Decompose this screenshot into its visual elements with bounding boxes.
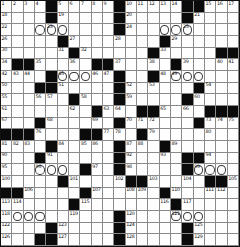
cell-r9c8[interactable]: 58	[80, 94, 91, 106]
cell-r20c2[interactable]	[12, 223, 23, 235]
cell-r11c8[interactable]	[80, 118, 91, 130]
cell-r7c2[interactable]: 43	[12, 71, 23, 83]
cell-r13c16[interactable]: 89	[171, 141, 182, 153]
cell-r9c12[interactable]: 59	[126, 94, 137, 106]
cell-r17c11[interactable]	[114, 188, 125, 200]
cell-r18c20[interactable]	[216, 199, 227, 211]
cell-r20c3[interactable]	[24, 223, 35, 235]
cell-r16c5[interactable]	[46, 176, 57, 188]
cell-r15c4[interactable]: 96	[35, 164, 46, 176]
cell-r2c21[interactable]	[228, 13, 239, 25]
cell-r15c5[interactable]	[46, 164, 57, 176]
cell-r9c1[interactable]: 55	[1, 94, 12, 106]
cell-r20c20[interactable]	[216, 223, 227, 235]
cell-r12c4[interactable]: 76	[35, 129, 46, 141]
cell-r15c1[interactable]: 95	[1, 164, 12, 176]
cell-r8c13[interactable]	[137, 83, 148, 95]
cell-r17c5[interactable]	[46, 188, 57, 200]
cell-r5c8[interactable]: 32	[80, 48, 91, 60]
cell-r10c3[interactable]	[24, 106, 35, 118]
cell-r9c4[interactable]: 56	[35, 94, 46, 106]
cell-r17c13[interactable]: 109	[137, 188, 148, 200]
cell-r11c6[interactable]	[58, 118, 69, 130]
cell-r2c3[interactable]	[24, 13, 35, 25]
cell-r20c7[interactable]	[69, 223, 80, 235]
cell-r1c13[interactable]: 11	[137, 1, 148, 13]
cell-r19c10[interactable]	[103, 211, 114, 223]
cell-r5c1[interactable]: 30	[1, 48, 12, 60]
cell-r4c12[interactable]	[126, 36, 137, 48]
cell-r12c18[interactable]	[194, 129, 205, 141]
cell-r3c12[interactable]: 24	[126, 24, 137, 36]
cell-r18c13[interactable]	[137, 199, 148, 211]
cell-r4c4[interactable]	[35, 36, 46, 48]
cell-r6c21[interactable]: 41	[228, 59, 239, 71]
cell-r17c18[interactable]	[194, 188, 205, 200]
cell-r11c13[interactable]: 71	[137, 118, 148, 130]
cell-r2c16[interactable]	[171, 13, 182, 25]
cell-r18c11[interactable]	[114, 199, 125, 211]
cell-r11c20[interactable]: 74	[216, 118, 227, 130]
cell-r10c11[interactable]: 64	[114, 106, 125, 118]
cell-r11c12[interactable]: 70	[126, 118, 137, 130]
cell-r12c6[interactable]	[58, 129, 69, 141]
cell-r3c13[interactable]	[137, 24, 148, 36]
cell-r1c21[interactable]: 17	[228, 1, 239, 13]
cell-r1c20[interactable]: 16	[216, 1, 227, 13]
cell-r20c14[interactable]	[148, 223, 159, 235]
cell-r16c10[interactable]	[103, 176, 114, 188]
cell-r14c9[interactable]	[92, 153, 103, 165]
cell-r2c14[interactable]	[148, 13, 159, 25]
cell-r9c9[interactable]	[92, 94, 103, 106]
cell-r21c14[interactable]	[148, 234, 159, 246]
cell-r21c9[interactable]	[92, 234, 103, 246]
cell-r15c15[interactable]	[160, 164, 171, 176]
cell-r3c2[interactable]	[12, 24, 23, 36]
cell-r4c7[interactable]: 27	[69, 36, 80, 48]
cell-r3c1[interactable]: 22	[1, 24, 12, 36]
cell-r2c6[interactable]: 19	[58, 13, 69, 25]
cell-r1c9[interactable]: 8	[92, 1, 103, 13]
cell-r6c11[interactable]: 37	[114, 59, 125, 71]
cell-r7c19[interactable]	[205, 71, 216, 83]
cell-r19c16[interactable]: 121	[171, 211, 182, 223]
cell-r5c3[interactable]	[24, 48, 35, 60]
cell-r8c10[interactable]	[103, 83, 114, 95]
cell-r17c12[interactable]: 108	[126, 188, 137, 200]
cell-r3c4[interactable]	[35, 24, 46, 36]
cell-r4c18[interactable]	[194, 36, 205, 48]
cell-r8c21[interactable]	[228, 83, 239, 95]
cell-r18c14[interactable]	[148, 199, 159, 211]
cell-r12c5[interactable]	[46, 129, 57, 141]
cell-r12c17[interactable]	[182, 129, 193, 141]
cell-r14c6[interactable]	[58, 153, 69, 165]
cell-r18c15[interactable]: 116	[160, 199, 171, 211]
cell-r12c19[interactable]: 80	[205, 129, 216, 141]
cell-r10c4[interactable]	[35, 106, 46, 118]
cell-r6c6[interactable]	[58, 59, 69, 71]
cell-r5c12[interactable]	[126, 48, 137, 60]
cell-r7c1[interactable]: 42	[1, 71, 12, 83]
cell-r21c7[interactable]	[69, 234, 80, 246]
cell-r5c15[interactable]: 33	[160, 48, 171, 60]
cell-r16c2[interactable]	[12, 176, 23, 188]
cell-r17c7[interactable]	[69, 188, 80, 200]
cell-r6c5[interactable]	[46, 59, 57, 71]
cell-r3c5[interactable]: 23	[46, 24, 57, 36]
cell-r20c1[interactable]: 122	[1, 223, 12, 235]
cell-r8c15[interactable]	[160, 83, 171, 95]
cell-r20c6[interactable]: 123	[58, 223, 69, 235]
cell-r12c21[interactable]	[228, 129, 239, 141]
cell-r17c3[interactable]: 106	[24, 188, 35, 200]
cell-r6c1[interactable]: 34	[1, 59, 12, 71]
cell-r9c6[interactable]	[58, 94, 69, 106]
cell-r2c7[interactable]	[69, 13, 80, 25]
cell-r18c18[interactable]	[194, 199, 205, 211]
cell-r13c4[interactable]	[35, 141, 46, 153]
cell-r19c2[interactable]	[12, 211, 23, 223]
cell-r20c15[interactable]	[160, 223, 171, 235]
cell-r6c4[interactable]: 35	[35, 59, 46, 71]
cell-r2c4[interactable]	[35, 13, 46, 25]
cell-r8c3[interactable]	[24, 83, 35, 95]
cell-r19c3[interactable]	[24, 211, 35, 223]
cell-r4c9[interactable]	[92, 36, 103, 48]
cell-r10c1[interactable]: 61	[1, 106, 12, 118]
cell-r5c18[interactable]	[194, 48, 205, 60]
cell-r6c18[interactable]	[194, 59, 205, 71]
cell-r18c12[interactable]	[126, 199, 137, 211]
cell-r20c19[interactable]	[205, 223, 216, 235]
cell-r16c18[interactable]	[194, 176, 205, 188]
cell-r16c17[interactable]: 104	[182, 176, 193, 188]
cell-r7c7[interactable]	[69, 71, 80, 83]
cell-r2c9[interactable]	[92, 13, 103, 25]
cell-r19c1[interactable]: 118	[1, 211, 12, 223]
cell-r3c8[interactable]	[80, 24, 91, 36]
cell-r8c16[interactable]	[171, 83, 182, 95]
cell-r21c21[interactable]	[228, 234, 239, 246]
cell-r1c16[interactable]: 14	[171, 1, 182, 13]
cell-r6c7[interactable]: 36	[69, 59, 80, 71]
cell-r13c1[interactable]: 81	[1, 141, 12, 153]
cell-r17c16[interactable]: 110	[171, 188, 182, 200]
cell-r16c15[interactable]	[160, 176, 171, 188]
cell-r7c9[interactable]: 46	[92, 71, 103, 83]
cell-r5c10[interactable]	[103, 48, 114, 60]
cell-r19c12[interactable]: 120	[126, 211, 137, 223]
cell-r10c8[interactable]	[80, 106, 91, 118]
cell-r2c10[interactable]	[103, 13, 114, 25]
cell-r13c9[interactable]: 86	[92, 141, 103, 153]
cell-r8c8[interactable]	[80, 83, 91, 95]
cell-r14c12[interactable]: 92	[126, 153, 137, 165]
cell-r15c14[interactable]	[148, 164, 159, 176]
cell-r12c7[interactable]	[69, 129, 80, 141]
cell-r9c15[interactable]	[160, 94, 171, 106]
cell-r11c1[interactable]: 67	[1, 118, 12, 130]
cell-r21c16[interactable]	[171, 234, 182, 246]
cell-r20c9[interactable]	[92, 223, 103, 235]
cell-r17c14[interactable]	[148, 188, 159, 200]
cell-r5c11[interactable]	[114, 48, 125, 60]
cell-r19c6[interactable]	[58, 211, 69, 223]
cell-r18c1[interactable]: 113	[1, 199, 12, 211]
cell-r21c18[interactable]: 129	[194, 234, 205, 246]
cell-r21c19[interactable]	[205, 234, 216, 246]
cell-r16c3[interactable]	[24, 176, 35, 188]
cell-r9c10[interactable]	[103, 94, 114, 106]
cell-r8c7[interactable]	[69, 83, 80, 95]
cell-r13c13[interactable]: 88	[137, 141, 148, 153]
cell-r19c15[interactable]	[160, 211, 171, 223]
cell-r9c2[interactable]	[12, 94, 23, 106]
cell-r14c21[interactable]	[228, 153, 239, 165]
cell-r2c18[interactable]: 21	[194, 13, 205, 25]
cell-r21c1[interactable]: 126	[1, 234, 12, 246]
cell-r1c6[interactable]: 5	[58, 1, 69, 13]
cell-r17c10[interactable]	[103, 188, 114, 200]
cell-r10c6[interactable]	[58, 106, 69, 118]
cell-r18c17[interactable]: 117	[182, 199, 193, 211]
cell-r4c1[interactable]: 26	[1, 36, 12, 48]
cell-r1c2[interactable]: 2	[12, 1, 23, 13]
cell-r3c17[interactable]: 25	[182, 24, 193, 36]
cell-r18c21[interactable]	[228, 199, 239, 211]
cell-r7c4[interactable]	[35, 71, 46, 83]
cell-r3c6[interactable]	[58, 24, 69, 36]
cell-r1c12[interactable]: 10	[126, 1, 137, 13]
cell-r13c6[interactable]: 84	[58, 141, 69, 153]
cell-r5c4[interactable]	[35, 48, 46, 60]
cell-r3c15[interactable]	[160, 24, 171, 36]
cell-r19c20[interactable]	[216, 211, 227, 223]
cell-r20c8[interactable]	[80, 223, 91, 235]
cell-r3c10[interactable]	[103, 24, 114, 36]
cell-r7c12[interactable]	[126, 71, 137, 83]
cell-r10c18[interactable]	[194, 106, 205, 118]
cell-r20c12[interactable]: 124	[126, 223, 137, 235]
cell-r6c20[interactable]: 40	[216, 59, 227, 71]
cell-r16c7[interactable]: 101	[69, 176, 80, 188]
cell-r5c5[interactable]	[46, 48, 57, 60]
cell-r9c3[interactable]	[24, 94, 35, 106]
cell-r7c6[interactable]: 45	[58, 71, 69, 83]
cell-r2c12[interactable]: 20	[126, 13, 137, 25]
cell-r9c21[interactable]	[228, 94, 239, 106]
cell-r13c17[interactable]	[182, 141, 193, 153]
cell-r14c14[interactable]	[148, 153, 159, 165]
cell-r2c15[interactable]	[160, 13, 171, 25]
cell-r9c18[interactable]: 60	[194, 94, 205, 106]
cell-r14c16[interactable]	[171, 153, 182, 165]
cell-r13c8[interactable]: 85	[80, 141, 91, 153]
cell-r11c7[interactable]	[69, 118, 80, 130]
cell-r19c13[interactable]	[137, 211, 148, 223]
cell-r18c9[interactable]	[92, 199, 103, 211]
cell-r12c15[interactable]	[160, 129, 171, 141]
cell-r1c19[interactable]: 15	[205, 1, 216, 13]
cell-r11c10[interactable]	[103, 118, 114, 130]
cell-r4c5[interactable]	[46, 36, 57, 48]
cell-r9c20[interactable]	[216, 94, 227, 106]
cell-r2c13[interactable]	[137, 13, 148, 25]
cell-r18c4[interactable]	[35, 199, 46, 211]
cell-r17c19[interactable]: 111	[205, 188, 216, 200]
cell-r6c8[interactable]	[80, 59, 91, 71]
cell-r10c10[interactable]: 63	[103, 106, 114, 118]
cell-r11c5[interactable]: 68	[46, 118, 57, 130]
cell-r10c15[interactable]: 65	[160, 106, 171, 118]
cell-r16c16[interactable]	[171, 176, 182, 188]
cell-r8c6[interactable]: 51	[58, 83, 69, 95]
cell-r9c5[interactable]: 57	[46, 94, 57, 106]
cell-r17c21[interactable]	[228, 188, 239, 200]
cell-r19c5[interactable]	[46, 211, 57, 223]
cell-r1c14[interactable]: 12	[148, 1, 159, 13]
cell-r13c21[interactable]	[228, 141, 239, 153]
cell-r15c10[interactable]	[103, 164, 114, 176]
cell-r20c4[interactable]	[35, 223, 46, 235]
cell-r3c16[interactable]	[171, 24, 182, 36]
cell-r3c3[interactable]	[24, 24, 35, 36]
cell-r4c8[interactable]	[80, 36, 91, 48]
cell-r11c16[interactable]	[171, 118, 182, 130]
cell-r14c5[interactable]: 91	[46, 153, 57, 165]
cell-r18c6[interactable]	[58, 199, 69, 211]
cell-r15c12[interactable]: 98	[126, 164, 137, 176]
cell-r17c20[interactable]: 112	[216, 188, 227, 200]
cell-r4c10[interactable]	[103, 36, 114, 48]
cell-r7c13[interactable]	[137, 71, 148, 83]
cell-r13c3[interactable]: 83	[24, 141, 35, 153]
cell-r10c12[interactable]	[126, 106, 137, 118]
cell-r21c12[interactable]: 128	[126, 234, 137, 246]
cell-r5c17[interactable]	[182, 48, 193, 60]
cell-r21c8[interactable]	[80, 234, 91, 246]
cell-r18c2[interactable]: 114	[12, 199, 23, 211]
cell-r19c8[interactable]	[80, 211, 91, 223]
cell-r19c9[interactable]	[92, 211, 103, 223]
cell-r9c19[interactable]	[205, 94, 216, 106]
cell-r7c17[interactable]	[182, 71, 193, 83]
cell-r8c14[interactable]: 53	[148, 83, 159, 95]
cell-r4c16[interactable]: 29	[171, 36, 182, 48]
cell-r8c2[interactable]	[12, 83, 23, 95]
cell-r18c10[interactable]	[103, 199, 114, 211]
cell-r15c19[interactable]	[205, 164, 216, 176]
cell-r12c11[interactable]: 78	[114, 129, 125, 141]
cell-r16c8[interactable]	[80, 176, 91, 188]
cell-r5c16[interactable]	[171, 48, 182, 60]
cell-r11c14[interactable]: 72	[148, 118, 159, 130]
cell-r1c8[interactable]: 7	[80, 1, 91, 13]
cell-r5c6[interactable]: 31	[58, 48, 69, 60]
cell-r11c17[interactable]	[182, 118, 193, 130]
cell-r21c10[interactable]	[103, 234, 114, 246]
cell-r4c13[interactable]	[137, 36, 148, 48]
cell-r2c1[interactable]: 18	[1, 13, 12, 25]
cell-r4c11[interactable]: 28	[114, 36, 125, 48]
cell-r1c10[interactable]: 9	[103, 1, 114, 13]
cell-r17c4[interactable]	[35, 188, 46, 200]
cell-r18c5[interactable]	[46, 199, 57, 211]
cell-r18c8[interactable]: 115	[80, 199, 91, 211]
cell-r14c3[interactable]	[24, 153, 35, 165]
cell-r6c13[interactable]	[137, 59, 148, 71]
cell-r20c13[interactable]	[137, 223, 148, 235]
cell-r21c13[interactable]	[137, 234, 148, 246]
cell-r11c15[interactable]	[160, 118, 171, 130]
cell-r14c7[interactable]	[69, 153, 80, 165]
cell-r1c4[interactable]: 4	[35, 1, 46, 13]
cell-r1c7[interactable]: 6	[69, 1, 80, 13]
cell-r8c20[interactable]	[216, 83, 227, 95]
cell-r7c16[interactable]: 49	[171, 71, 182, 83]
cell-r14c13[interactable]	[137, 153, 148, 165]
cell-r15c6[interactable]	[58, 164, 69, 176]
cell-r10c7[interactable]: 62	[69, 106, 80, 118]
cell-r9c13[interactable]	[137, 94, 148, 106]
cell-r14c10[interactable]	[103, 153, 114, 165]
cell-r6c19[interactable]	[205, 59, 216, 71]
cell-r13c10[interactable]	[103, 141, 114, 153]
cell-r10c17[interactable]: 66	[182, 106, 193, 118]
cell-r8c19[interactable]: 54	[205, 83, 216, 95]
cell-r10c5[interactable]	[46, 106, 57, 118]
cell-r9c16[interactable]	[171, 94, 182, 106]
cell-r12c20[interactable]	[216, 129, 227, 141]
cell-r10c16[interactable]	[171, 106, 182, 118]
cell-r15c18[interactable]: 99	[194, 164, 205, 176]
cell-r5c9[interactable]	[92, 48, 103, 60]
cell-r15c9[interactable]: 97	[92, 164, 103, 176]
cell-r19c21[interactable]	[228, 211, 239, 223]
cell-r5c13[interactable]	[137, 48, 148, 60]
cell-r13c14[interactable]	[148, 141, 159, 153]
cell-r5c19[interactable]	[205, 48, 216, 60]
cell-r4c17[interactable]	[182, 36, 193, 48]
cell-r6c15[interactable]	[160, 59, 171, 71]
cell-r14c1[interactable]: 90	[1, 153, 12, 165]
cell-r20c21[interactable]	[228, 223, 239, 235]
cell-r13c12[interactable]: 87	[126, 141, 137, 153]
cell-r17c17[interactable]	[182, 188, 193, 200]
cell-r19c17[interactable]	[182, 211, 193, 223]
cell-r17c9[interactable]: 107	[92, 188, 103, 200]
cell-r20c10[interactable]	[103, 223, 114, 235]
cell-r1c15[interactable]: 13	[160, 1, 171, 13]
cell-r13c18[interactable]	[194, 141, 205, 153]
cell-r14c2[interactable]	[12, 153, 23, 165]
cell-r21c15[interactable]	[160, 234, 171, 246]
cell-r10c2[interactable]	[12, 106, 23, 118]
cell-r4c19[interactable]	[205, 36, 216, 48]
cell-r20c16[interactable]	[171, 223, 182, 235]
cell-r15c3[interactable]	[24, 164, 35, 176]
cell-r14c20[interactable]	[216, 153, 227, 165]
cell-r12c10[interactable]: 77	[103, 129, 114, 141]
cell-r15c16[interactable]	[171, 164, 182, 176]
cell-r7c21[interactable]	[228, 71, 239, 83]
cell-r13c2[interactable]: 82	[12, 141, 23, 153]
cell-r13c20[interactable]	[216, 141, 227, 153]
cell-r18c19[interactable]	[205, 199, 216, 211]
cell-r16c4[interactable]	[35, 176, 46, 188]
